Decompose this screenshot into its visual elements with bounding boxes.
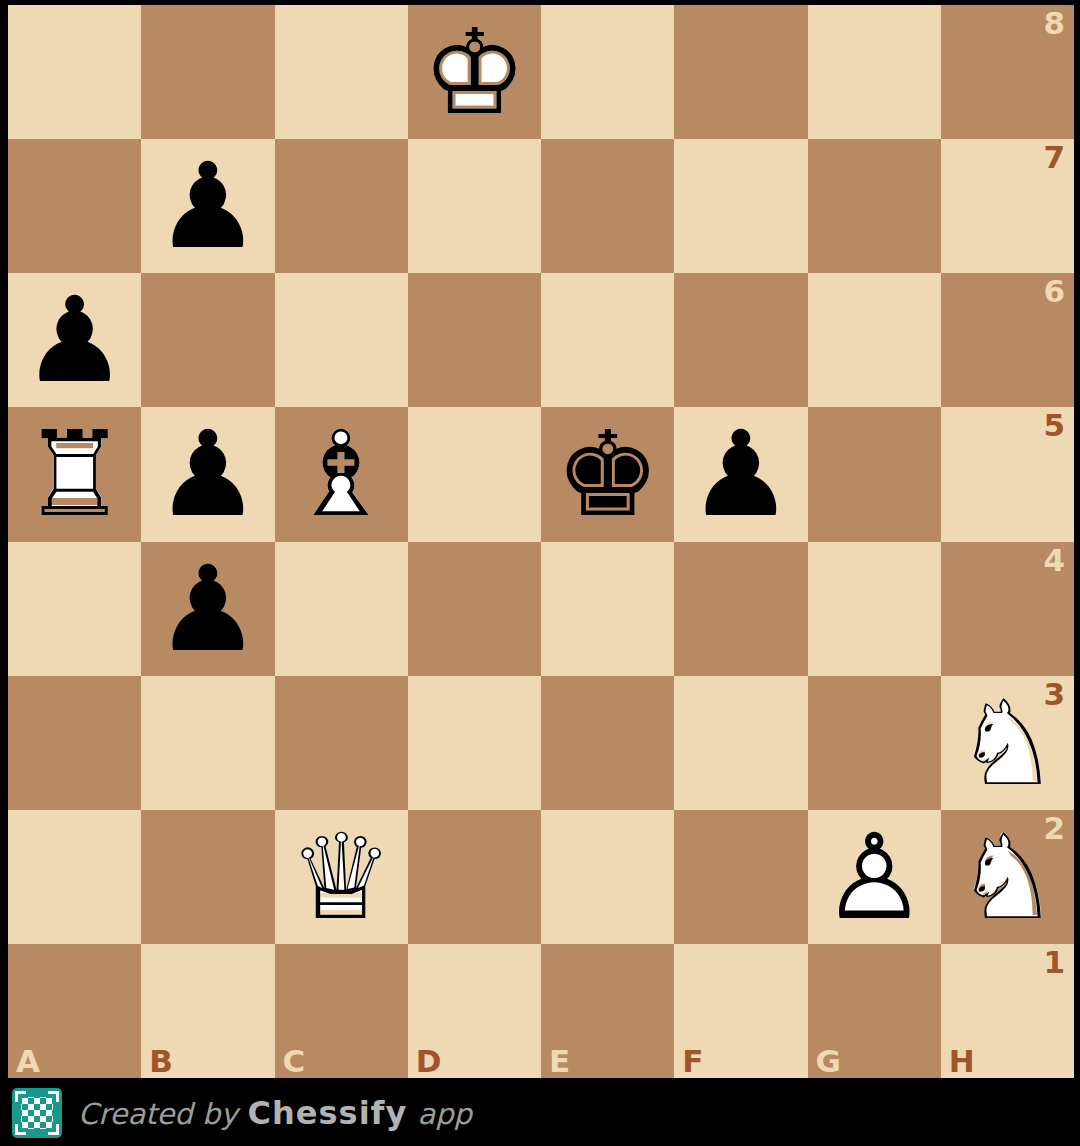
square-e1[interactable]: E — [541, 944, 674, 1078]
piece-outline-layer: ♘ — [941, 676, 1074, 810]
square-f8[interactable] — [674, 5, 807, 139]
square-g3[interactable] — [808, 676, 941, 810]
square-e8[interactable] — [541, 5, 674, 139]
black-pawn: ♟ — [141, 407, 274, 541]
square-c8[interactable] — [275, 5, 408, 139]
piece-outline-layer: ♔ — [408, 5, 541, 139]
square-h8[interactable]: 8 — [941, 5, 1074, 139]
piece-outline-layer: ♗ — [275, 407, 408, 541]
black-pawn: ♟ — [8, 273, 141, 407]
black-pawn: ♟ — [141, 139, 274, 273]
square-g1[interactable]: G — [808, 944, 941, 1078]
credit-prefix: Created by — [78, 1097, 238, 1131]
piece-outline-layer: ♖ — [8, 407, 141, 541]
square-a6[interactable]: ♟ — [8, 273, 141, 407]
square-h4[interactable]: 4 — [941, 542, 1074, 676]
black-pawn: ♟ — [141, 542, 274, 676]
chessify-logo-icon[interactable] — [12, 1088, 62, 1138]
square-d3[interactable] — [408, 676, 541, 810]
white-queen: ♛♕ — [275, 810, 408, 944]
square-b7[interactable]: ♟ — [141, 139, 274, 273]
square-h3[interactable]: 3♞♘ — [941, 676, 1074, 810]
square-f4[interactable] — [674, 542, 807, 676]
square-c4[interactable] — [275, 542, 408, 676]
square-d4[interactable] — [408, 542, 541, 676]
file-label-e: E — [549, 1045, 570, 1078]
rank-label-1: 1 — [1043, 944, 1065, 981]
square-b5[interactable]: ♟ — [141, 407, 274, 541]
square-e6[interactable] — [541, 273, 674, 407]
square-e4[interactable] — [541, 542, 674, 676]
square-f3[interactable] — [674, 676, 807, 810]
rank-label-4: 4 — [1043, 542, 1065, 579]
white-rook: ♜♖ — [8, 407, 141, 541]
file-label-h: H — [949, 1045, 975, 1078]
rank-label-7: 7 — [1043, 139, 1065, 176]
square-h1[interactable]: 1H — [941, 944, 1074, 1078]
square-e7[interactable] — [541, 139, 674, 273]
square-h6[interactable]: 6 — [941, 273, 1074, 407]
square-g6[interactable] — [808, 273, 941, 407]
square-e3[interactable] — [541, 676, 674, 810]
square-b4[interactable]: ♟ — [141, 542, 274, 676]
square-d1[interactable]: D — [408, 944, 541, 1078]
square-h7[interactable]: 7 — [941, 139, 1074, 273]
black-pawn: ♟ — [674, 407, 807, 541]
square-a7[interactable] — [8, 139, 141, 273]
chess-board: ♚♔8♟7♟6♜♖♟♝♗♚♟5♟43♞♘♛♕♟♙2♞♘ABCDEFG1H — [8, 5, 1074, 1078]
square-f2[interactable] — [674, 810, 807, 944]
white-pawn: ♟♙ — [808, 810, 941, 944]
square-b8[interactable] — [141, 5, 274, 139]
square-d2[interactable] — [408, 810, 541, 944]
piece-outline-layer: ♘ — [941, 810, 1074, 944]
file-label-f: F — [682, 1045, 703, 1078]
square-d8[interactable]: ♚♔ — [408, 5, 541, 139]
square-e5[interactable]: ♚ — [541, 407, 674, 541]
square-c7[interactable] — [275, 139, 408, 273]
square-c6[interactable] — [275, 273, 408, 407]
footer-credit-bar: Created by Chessify app — [0, 1080, 1080, 1146]
square-e2[interactable] — [541, 810, 674, 944]
white-knight: ♞♘ — [941, 676, 1074, 810]
file-label-c: C — [283, 1045, 306, 1078]
square-g2[interactable]: ♟♙ — [808, 810, 941, 944]
file-label-b: B — [149, 1045, 173, 1078]
square-a5[interactable]: ♜♖ — [8, 407, 141, 541]
file-label-d: D — [416, 1045, 442, 1078]
square-f7[interactable] — [674, 139, 807, 273]
square-c1[interactable]: C — [275, 944, 408, 1078]
rank-label-5: 5 — [1043, 407, 1065, 444]
square-c3[interactable] — [275, 676, 408, 810]
square-c5[interactable]: ♝♗ — [275, 407, 408, 541]
brand-name: Chessify — [248, 1094, 408, 1132]
square-g5[interactable] — [808, 407, 941, 541]
square-b3[interactable] — [141, 676, 274, 810]
square-f1[interactable]: F — [674, 944, 807, 1078]
square-b6[interactable] — [141, 273, 274, 407]
white-bishop: ♝♗ — [275, 407, 408, 541]
credit-text: Created by Chessify app — [78, 1094, 472, 1132]
square-a1[interactable]: A — [8, 944, 141, 1078]
square-f5[interactable]: ♟ — [674, 407, 807, 541]
square-g4[interactable] — [808, 542, 941, 676]
square-a2[interactable] — [8, 810, 141, 944]
square-g8[interactable] — [808, 5, 941, 139]
rank-label-8: 8 — [1043, 5, 1065, 42]
square-h5[interactable]: 5 — [941, 407, 1074, 541]
square-h2[interactable]: 2♞♘ — [941, 810, 1074, 944]
rank-label-6: 6 — [1043, 273, 1065, 310]
white-knight: ♞♘ — [941, 810, 1074, 944]
credit-suffix: app — [417, 1097, 472, 1131]
white-king: ♚♔ — [408, 5, 541, 139]
square-b1[interactable]: B — [141, 944, 274, 1078]
square-g7[interactable] — [808, 139, 941, 273]
square-f6[interactable] — [674, 273, 807, 407]
square-d7[interactable] — [408, 139, 541, 273]
file-label-a: A — [16, 1045, 40, 1078]
square-d6[interactable] — [408, 273, 541, 407]
square-a8[interactable] — [8, 5, 141, 139]
square-d5[interactable] — [408, 407, 541, 541]
piece-outline-layer: ♙ — [808, 810, 941, 944]
square-b2[interactable] — [141, 810, 274, 944]
square-c2[interactable]: ♛♕ — [275, 810, 408, 944]
black-king: ♚ — [541, 407, 674, 541]
logo-checkerboard-pattern — [21, 1097, 53, 1129]
square-a3[interactable] — [8, 676, 141, 810]
file-label-g: G — [816, 1045, 841, 1078]
piece-outline-layer: ♕ — [275, 810, 408, 944]
square-a4[interactable] — [8, 542, 141, 676]
